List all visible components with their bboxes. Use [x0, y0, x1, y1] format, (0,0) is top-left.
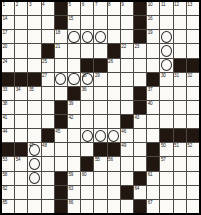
cell-r15c7[interactable]: [81, 200, 93, 213]
cell-r5c4[interactable]: 25: [42, 59, 54, 72]
clue-number: 1: [3, 2, 5, 7]
cell-r6c5[interactable]: [55, 73, 67, 86]
cell-r13c15[interactable]: [187, 172, 199, 185]
cell-r5c9[interactable]: 26: [108, 59, 120, 72]
cell-r3c8[interactable]: [94, 30, 106, 43]
cell-r9c13[interactable]: [160, 115, 172, 128]
cell-r4c10[interactable]: 22: [121, 44, 133, 57]
cell-r5c10[interactable]: [121, 59, 133, 72]
black-cell-r4c4: [42, 44, 54, 57]
cell-r1c8[interactable]: 7: [94, 2, 106, 15]
circle-marker: [68, 31, 79, 43]
black-cell-r7c11: [134, 87, 146, 100]
cell-r3c3[interactable]: [28, 30, 40, 43]
circle-marker: [108, 130, 119, 142]
cell-r14c15[interactable]: [187, 186, 199, 199]
cell-r9c12[interactable]: [147, 115, 159, 128]
cell-r13c12[interactable]: 61: [147, 172, 159, 185]
cell-r8c7[interactable]: [81, 101, 93, 114]
black-cell-r11c1: [2, 143, 14, 156]
cell-r12c10[interactable]: [121, 157, 133, 170]
cell-r3c10[interactable]: [121, 30, 133, 43]
cell-r10c3[interactable]: [28, 129, 40, 142]
cell-r15c10[interactable]: [121, 200, 133, 213]
cell-r9c2[interactable]: [15, 115, 27, 128]
cell-r1c1[interactable]: 1: [2, 2, 14, 15]
cell-r15c3[interactable]: [28, 200, 40, 213]
cell-r15c13[interactable]: [160, 200, 172, 213]
cell-r6c13[interactable]: 30: [160, 73, 172, 86]
cell-r10c1[interactable]: 44: [2, 129, 14, 142]
cell-r8c8[interactable]: [94, 101, 106, 114]
circle-marker: [161, 31, 172, 43]
clue-number: 49: [121, 143, 126, 148]
clue-number: 2: [16, 2, 18, 7]
clue-number: 57: [161, 157, 166, 162]
cell-r14c2[interactable]: [15, 186, 27, 199]
cell-r5c5[interactable]: [55, 59, 67, 72]
black-cell-r6c12: [147, 73, 159, 86]
black-cell-r9c5: [55, 115, 67, 128]
cell-r11c5[interactable]: [55, 143, 67, 156]
clue-number: 17: [3, 30, 8, 35]
clue-number: 28: [82, 73, 87, 78]
cell-r14c4[interactable]: [42, 186, 54, 199]
cell-r6c6[interactable]: [68, 73, 80, 86]
black-cell-r10c15: [187, 129, 199, 142]
cell-r7c14[interactable]: [174, 87, 186, 100]
clue-number: 4: [42, 2, 44, 7]
cell-r1c12[interactable]: 10: [147, 2, 159, 15]
cell-r10c8[interactable]: [94, 129, 106, 142]
black-cell-r5c15: [187, 59, 199, 72]
clue-number: 60: [82, 172, 87, 177]
clue-number: 51: [174, 143, 179, 148]
cell-r15c4[interactable]: [42, 200, 54, 213]
cell-r4c3[interactable]: [28, 44, 40, 57]
cell-r13c6[interactable]: 59: [68, 172, 80, 185]
cell-r7c7[interactable]: 36: [81, 87, 93, 100]
cell-r5c1[interactable]: 24: [2, 59, 14, 72]
clue-number: 21: [55, 44, 60, 49]
clue-number: 29: [95, 73, 100, 78]
cell-r12c5[interactable]: [55, 157, 67, 170]
clue-number: 43: [134, 115, 139, 120]
clue-number: 19: [148, 30, 153, 35]
cell-r5c13[interactable]: [160, 59, 172, 72]
cell-r6c4[interactable]: 27: [42, 73, 54, 86]
clue-number: 16: [148, 16, 153, 21]
clue-number: 65: [3, 200, 8, 205]
cell-r8c3[interactable]: [28, 101, 40, 114]
clue-number: 50: [161, 143, 166, 148]
clue-number: 36: [82, 87, 87, 92]
clue-number: 18: [55, 30, 60, 35]
clue-number: 47: [29, 143, 34, 148]
clue-number: 55: [95, 157, 100, 162]
cell-r2c10[interactable]: [121, 16, 133, 29]
black-cell-r11c9: [108, 143, 120, 156]
clue-number: 33: [3, 87, 8, 92]
cell-r9c7[interactable]: [81, 115, 93, 128]
cell-r14c1[interactable]: 62: [2, 186, 14, 199]
clue-number: 24: [3, 59, 8, 64]
cell-r3c4[interactable]: [42, 30, 54, 43]
cell-r11c7[interactable]: [81, 143, 93, 156]
black-cell-r15c11: [134, 200, 146, 213]
cell-r4c6[interactable]: [68, 44, 80, 57]
black-cell-r11c12: [147, 143, 159, 156]
cell-r9c4[interactable]: [42, 115, 54, 128]
clue-number: 52: [187, 143, 192, 148]
black-cell-r9c10: [121, 115, 133, 128]
cell-r13c14[interactable]: [174, 172, 186, 185]
cell-r3c13[interactable]: [160, 30, 172, 43]
cell-r8c6[interactable]: 39: [68, 101, 80, 114]
clue-number: 26: [108, 59, 113, 64]
cell-r15c15[interactable]: [187, 200, 199, 213]
cell-r13c10[interactable]: [121, 172, 133, 185]
cell-r9c6[interactable]: 42: [68, 115, 80, 128]
cell-r1c9[interactable]: 8: [108, 2, 120, 15]
crossword-board-frame: 1234567891011121314151617181920212223242…: [0, 0, 201, 215]
cell-r4c5[interactable]: 21: [55, 44, 67, 57]
cell-r15c6[interactable]: 66: [68, 200, 80, 213]
cell-r1c15[interactable]: 13: [187, 2, 199, 15]
black-cell-r2c11: [134, 16, 146, 29]
cell-r4c1[interactable]: 20: [2, 44, 14, 57]
black-cell-r10c14: [174, 129, 186, 142]
cell-r3c15[interactable]: [187, 30, 199, 43]
cell-r3c9[interactable]: [108, 30, 120, 43]
clue-number: 10: [148, 2, 153, 7]
clue-number: 20: [3, 44, 8, 49]
cell-r2c8[interactable]: [94, 16, 106, 29]
cell-r8c4[interactable]: [42, 101, 54, 114]
cell-r2c14[interactable]: [174, 16, 186, 29]
circle-marker: [95, 31, 106, 43]
cell-r1c13[interactable]: 11: [160, 2, 172, 15]
cell-r3c5[interactable]: 18: [55, 30, 67, 43]
cell-r8c9[interactable]: [108, 101, 120, 114]
clue-number: 23: [134, 44, 139, 49]
cell-r1c2[interactable]: 2: [15, 2, 27, 15]
cell-r4c7[interactable]: [81, 44, 93, 57]
black-cell-r12c12: [147, 157, 159, 170]
cell-r9c8[interactable]: [94, 115, 106, 128]
clue-number: 34: [16, 87, 21, 92]
black-cell-r8c5: [55, 101, 67, 114]
black-cell-r6c1: [2, 73, 14, 86]
circle-marker: [29, 158, 40, 170]
cell-r12c2[interactable]: 54: [15, 157, 27, 170]
cell-r12c3[interactable]: [28, 157, 40, 170]
black-cell-r7c6: [68, 87, 80, 100]
cell-r10c9[interactable]: [108, 129, 120, 142]
cell-r14c6[interactable]: 63: [68, 186, 80, 199]
cell-r3c6[interactable]: [68, 30, 80, 43]
cell-r13c1[interactable]: 58: [2, 172, 14, 185]
cell-r4c8[interactable]: [94, 44, 106, 57]
cell-r2c7[interactable]: [81, 16, 93, 29]
circle-marker: [161, 59, 172, 71]
black-cell-r5c7: [81, 59, 93, 72]
cell-r2c2[interactable]: [15, 16, 27, 29]
clue-number: 48: [42, 143, 47, 148]
clue-number: 35: [29, 87, 34, 92]
cell-r5c3[interactable]: [28, 59, 40, 72]
cell-r9c11[interactable]: 43: [134, 115, 146, 128]
cell-r15c14[interactable]: [174, 200, 186, 213]
cell-r6c7[interactable]: 28: [81, 73, 93, 86]
clue-number: 5: [68, 2, 70, 7]
black-cell-r5c8: [94, 59, 106, 72]
black-cell-r13c11: [134, 172, 146, 185]
cell-r13c3[interactable]: [28, 172, 40, 185]
clue-number: 41: [3, 115, 8, 120]
cell-r2c6[interactable]: 15: [68, 16, 80, 29]
cell-r11c11[interactable]: [134, 143, 146, 156]
cell-r7c5[interactable]: [55, 87, 67, 100]
black-cell-r6c2: [15, 73, 27, 86]
black-cell-r1c11: [134, 2, 146, 15]
black-cell-r11c8: [94, 143, 106, 156]
clue-number: 40: [148, 101, 153, 106]
clue-number: 15: [68, 16, 73, 21]
cell-r8c2[interactable]: [15, 101, 27, 114]
cell-r6c9[interactable]: [108, 73, 120, 86]
cell-r5c2[interactable]: [15, 59, 27, 72]
cell-r13c2[interactable]: [15, 172, 27, 185]
cell-r13c7[interactable]: 60: [81, 172, 93, 185]
cell-r11c4[interactable]: 48: [42, 143, 54, 156]
cell-r4c2[interactable]: [15, 44, 27, 57]
cell-r3c2[interactable]: [15, 30, 27, 43]
clue-number: 63: [68, 186, 73, 191]
clue-number: 30: [161, 73, 166, 78]
cell-r12c15[interactable]: [187, 157, 199, 170]
cell-r10c2[interactable]: [15, 129, 27, 142]
cell-r11c13[interactable]: 50: [160, 143, 172, 156]
cell-r4c12[interactable]: [147, 44, 159, 57]
cell-r10c11[interactable]: [134, 129, 146, 142]
cell-r2c15[interactable]: [187, 16, 199, 29]
cell-r1c7[interactable]: 6: [81, 2, 93, 15]
cell-r9c9[interactable]: [108, 115, 120, 128]
cell-r14c9[interactable]: [108, 186, 120, 199]
clue-number: 66: [68, 200, 73, 205]
cell-r6c11[interactable]: [134, 73, 146, 86]
cell-r12c14[interactable]: [174, 157, 186, 170]
clue-number: 42: [68, 115, 73, 120]
black-cell-r15c5: [55, 200, 67, 213]
cell-r15c9[interactable]: [108, 200, 120, 213]
cell-r7c13[interactable]: [160, 87, 172, 100]
clue-number: 13: [187, 2, 192, 7]
clue-number: 9: [121, 2, 123, 7]
cell-r5c12[interactable]: [147, 59, 159, 72]
cell-r1c6[interactable]: 5: [68, 2, 80, 15]
circle-marker: [95, 130, 106, 142]
cell-r1c14[interactable]: 12: [174, 2, 186, 15]
cell-r12c11[interactable]: [134, 157, 146, 170]
cell-r14c3[interactable]: [28, 186, 40, 199]
black-cell-r10c13: [160, 129, 172, 142]
cell-r12c4[interactable]: [42, 157, 54, 170]
cell-r12c9[interactable]: 56: [108, 157, 120, 170]
black-cell-r5c14: [174, 59, 186, 72]
cell-r1c3[interactable]: 3: [28, 2, 40, 15]
clue-number: 25: [42, 59, 47, 64]
circle-marker: [68, 73, 79, 85]
black-cell-r12c7: [81, 157, 93, 170]
cell-r12c6[interactable]: [68, 157, 80, 170]
clue-number: 39: [68, 101, 73, 106]
cell-r7c4[interactable]: [42, 87, 54, 100]
clue-number: 27: [42, 73, 47, 78]
clue-number: 8: [108, 2, 110, 7]
cell-r11c3[interactable]: 47: [28, 143, 40, 156]
black-cell-r6c3: [28, 73, 40, 86]
cell-r11c10[interactable]: 49: [121, 143, 133, 156]
cell-r3c14[interactable]: [174, 30, 186, 43]
cell-r4c13[interactable]: [160, 44, 172, 57]
cell-r12c13[interactable]: 57: [160, 157, 172, 170]
cell-r15c2[interactable]: [15, 200, 27, 213]
cell-r13c8[interactable]: [94, 172, 106, 185]
cell-r4c11[interactable]: 23: [134, 44, 146, 57]
cell-r15c12[interactable]: 67: [147, 200, 159, 213]
cell-r14c8[interactable]: [94, 186, 106, 199]
cell-r14c13[interactable]: [160, 186, 172, 199]
cell-r6c8[interactable]: 29: [94, 73, 106, 86]
black-cell-r1c5: [55, 2, 67, 15]
cell-r14c14[interactable]: [174, 186, 186, 199]
cell-r8c14[interactable]: [174, 101, 186, 114]
black-cell-r14c10: [121, 186, 133, 199]
cell-r4c15[interactable]: [187, 44, 199, 57]
clue-number: 31: [174, 73, 179, 78]
black-cell-r10c4: [42, 129, 54, 142]
cell-r9c3[interactable]: [28, 115, 40, 128]
circle-marker: [161, 45, 172, 57]
cell-r7c12[interactable]: 37: [147, 87, 159, 100]
cell-r5c11[interactable]: [134, 59, 146, 72]
cell-r8c12[interactable]: 40: [147, 101, 159, 114]
black-cell-r13c5: [55, 172, 67, 185]
cell-r2c3[interactable]: [28, 16, 40, 29]
cell-r7c2[interactable]: 34: [15, 87, 27, 100]
cell-r6c14[interactable]: 31: [174, 73, 186, 86]
cell-r2c12[interactable]: 16: [147, 16, 159, 29]
cell-r9c14[interactable]: [174, 115, 186, 128]
cell-r13c9[interactable]: [108, 172, 120, 185]
clue-number: 44: [3, 129, 8, 134]
cell-r8c13[interactable]: [160, 101, 172, 114]
cell-r14c12[interactable]: [147, 186, 159, 199]
cell-r5c6[interactable]: [68, 59, 80, 72]
cell-r9c15[interactable]: [187, 115, 199, 128]
cell-r1c4[interactable]: 4: [42, 2, 54, 15]
cell-r7c9[interactable]: [108, 87, 120, 100]
clue-number: 32: [187, 73, 192, 78]
cell-r13c4[interactable]: [42, 172, 54, 185]
clue-number: 54: [16, 157, 21, 162]
cell-r11c6[interactable]: [68, 143, 80, 156]
clue-number: 7: [95, 2, 97, 7]
cell-r7c1[interactable]: 33: [2, 87, 14, 100]
cell-r2c9[interactable]: [108, 16, 120, 29]
clue-number: 37: [148, 87, 153, 92]
circle-marker: [82, 31, 93, 43]
clue-number: 53: [3, 157, 8, 162]
cell-r6c15[interactable]: 32: [187, 73, 199, 86]
clue-number: 38: [3, 101, 8, 106]
cell-r8c10[interactable]: [121, 101, 133, 114]
cell-r14c7[interactable]: [81, 186, 93, 199]
cell-r4c14[interactable]: [174, 44, 186, 57]
cell-r11c14[interactable]: 51: [174, 143, 186, 156]
cell-r13c13[interactable]: [160, 172, 172, 185]
cell-r12c1[interactable]: 53: [2, 157, 14, 170]
black-cell-r8c11: [134, 101, 146, 114]
clue-number: 12: [174, 2, 179, 7]
cell-r15c1[interactable]: 65: [2, 200, 14, 213]
cell-r8c1[interactable]: 38: [2, 101, 14, 114]
cell-r7c10[interactable]: [121, 87, 133, 100]
cell-r6c10[interactable]: [121, 73, 133, 86]
cell-r2c1[interactable]: 14: [2, 16, 14, 29]
cell-r10c5[interactable]: 45: [55, 129, 67, 142]
circle-marker: [82, 130, 93, 142]
cell-r8c15[interactable]: [187, 101, 199, 114]
black-cell-r11c2: [15, 143, 27, 156]
cell-r3c1[interactable]: 17: [2, 30, 14, 43]
cell-r12c8[interactable]: 55: [94, 157, 106, 170]
clue-number: 56: [108, 157, 113, 162]
circle-marker: [55, 73, 66, 85]
clue-number: 62: [3, 186, 8, 191]
clue-number: 67: [148, 200, 153, 205]
cell-r2c4[interactable]: [42, 16, 54, 29]
clue-number: 11: [161, 2, 165, 7]
cell-r1c10[interactable]: 9: [121, 2, 133, 15]
cell-r3c12[interactable]: 19: [147, 30, 159, 43]
clue-number: 22: [121, 44, 126, 49]
clue-number: 59: [68, 172, 73, 177]
cell-r10c10[interactable]: 46: [121, 129, 133, 142]
cell-r7c15[interactable]: [187, 87, 199, 100]
cell-r10c7[interactable]: [81, 129, 93, 142]
cell-r14c11[interactable]: 64: [134, 186, 146, 199]
cell-r7c3[interactable]: 35: [28, 87, 40, 100]
cell-r3c7[interactable]: [81, 30, 93, 43]
cell-r2c13[interactable]: [160, 16, 172, 29]
cell-r10c12[interactable]: [147, 129, 159, 142]
clue-number: 64: [134, 186, 139, 191]
clue-number: 61: [148, 172, 153, 177]
black-cell-r14c5: [55, 186, 67, 199]
clue-number: 3: [29, 2, 31, 7]
cell-r7c8[interactable]: [94, 87, 106, 100]
cell-r10c6[interactable]: [68, 129, 80, 142]
clue-number: 46: [121, 129, 126, 134]
cell-r9c1[interactable]: 41: [2, 115, 14, 128]
crossword-grid: 1234567891011121314151617181920212223242…: [2, 2, 199, 213]
cell-r15c8[interactable]: [94, 200, 106, 213]
cell-r11c15[interactable]: 52: [187, 143, 199, 156]
clue-number: 14: [3, 16, 8, 21]
